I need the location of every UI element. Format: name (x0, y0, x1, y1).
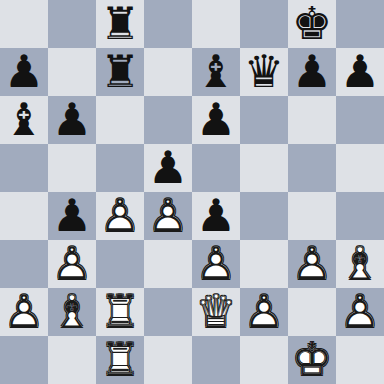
piece-glyph: ♟ (336, 48, 384, 96)
white-rook-piece[interactable]: ♜♖ (96, 288, 144, 336)
square-a6[interactable]: ♝ (0, 96, 48, 144)
square-a2[interactable]: ♟♙ (0, 288, 48, 336)
piece-outline-glyph: ♙ (192, 240, 240, 288)
piece-glyph: ♝ (0, 96, 48, 144)
piece-glyph: ♟ (288, 48, 336, 96)
square-h5[interactable] (336, 144, 384, 192)
black-pawn-piece[interactable]: ♟ (192, 192, 240, 240)
black-pawn-piece[interactable]: ♟ (0, 48, 48, 96)
square-f8[interactable] (240, 0, 288, 48)
piece-outline-glyph: ♙ (96, 192, 144, 240)
square-c1[interactable]: ♜♖ (96, 336, 144, 384)
square-d3[interactable] (144, 240, 192, 288)
square-h2[interactable]: ♟♙ (336, 288, 384, 336)
black-pawn-piece[interactable]: ♟ (48, 192, 96, 240)
black-king-piece[interactable]: ♚ (288, 0, 336, 48)
white-pawn-piece[interactable]: ♟♙ (144, 192, 192, 240)
white-queen-piece[interactable]: ♛♕ (192, 288, 240, 336)
piece-outline-glyph: ♙ (288, 240, 336, 288)
square-a8[interactable] (0, 0, 48, 48)
piece-glyph: ♟ (144, 144, 192, 192)
white-bishop-piece[interactable]: ♝♗ (336, 240, 384, 288)
square-f7[interactable]: ♛ (240, 48, 288, 96)
black-pawn-piece[interactable]: ♟ (336, 48, 384, 96)
square-h3[interactable]: ♝♗ (336, 240, 384, 288)
piece-outline-glyph: ♔ (288, 336, 336, 384)
black-queen-piece[interactable]: ♛ (240, 48, 288, 96)
piece-outline-glyph: ♙ (0, 288, 48, 336)
square-h4[interactable] (336, 192, 384, 240)
white-king-piece[interactable]: ♚♔ (288, 336, 336, 384)
square-g7[interactable]: ♟ (288, 48, 336, 96)
piece-glyph: ♚ (288, 0, 336, 48)
square-f5[interactable] (240, 144, 288, 192)
square-a3[interactable] (0, 240, 48, 288)
square-d8[interactable] (144, 0, 192, 48)
square-a1[interactable] (0, 336, 48, 384)
chess-board: ♜♚♟♜♝♛♟♟♝♟♟♟♟♟♙♟♙♟♟♙♟♙♟♙♝♗♟♙♝♗♜♖♛♕♟♙♟♙♜♖… (0, 0, 384, 384)
square-c5[interactable] (96, 144, 144, 192)
black-bishop-piece[interactable]: ♝ (0, 96, 48, 144)
white-bishop-piece[interactable]: ♝♗ (48, 288, 96, 336)
white-pawn-piece[interactable]: ♟♙ (288, 240, 336, 288)
square-a7[interactable]: ♟ (0, 48, 48, 96)
black-pawn-piece[interactable]: ♟ (144, 144, 192, 192)
square-h7[interactable]: ♟ (336, 48, 384, 96)
square-a5[interactable] (0, 144, 48, 192)
square-a4[interactable] (0, 192, 48, 240)
piece-outline-glyph: ♗ (48, 288, 96, 336)
square-b4[interactable]: ♟ (48, 192, 96, 240)
piece-outline-glyph: ♕ (192, 288, 240, 336)
piece-glyph: ♟ (0, 48, 48, 96)
piece-outline-glyph: ♙ (144, 192, 192, 240)
square-c4[interactable]: ♟♙ (96, 192, 144, 240)
square-e3[interactable]: ♟♙ (192, 240, 240, 288)
square-c6[interactable] (96, 96, 144, 144)
piece-outline-glyph: ♖ (96, 336, 144, 384)
square-b3[interactable]: ♟♙ (48, 240, 96, 288)
square-b7[interactable] (48, 48, 96, 96)
piece-glyph: ♜ (96, 0, 144, 48)
white-pawn-piece[interactable]: ♟♙ (192, 240, 240, 288)
black-bishop-piece[interactable]: ♝ (192, 48, 240, 96)
square-f6[interactable] (240, 96, 288, 144)
piece-glyph: ♟ (192, 96, 240, 144)
square-e2[interactable]: ♛♕ (192, 288, 240, 336)
square-c3[interactable] (96, 240, 144, 288)
black-pawn-piece[interactable]: ♟ (48, 96, 96, 144)
square-c8[interactable]: ♜ (96, 0, 144, 48)
square-d6[interactable] (144, 96, 192, 144)
piece-glyph: ♟ (48, 96, 96, 144)
white-pawn-piece[interactable]: ♟♙ (48, 240, 96, 288)
white-pawn-piece[interactable]: ♟♙ (0, 288, 48, 336)
square-d5[interactable]: ♟ (144, 144, 192, 192)
square-h8[interactable] (336, 0, 384, 48)
black-pawn-piece[interactable]: ♟ (192, 96, 240, 144)
white-rook-piece[interactable]: ♜♖ (96, 336, 144, 384)
square-e4[interactable]: ♟ (192, 192, 240, 240)
square-b1[interactable] (48, 336, 96, 384)
square-g3[interactable]: ♟♙ (288, 240, 336, 288)
white-pawn-piece[interactable]: ♟♙ (96, 192, 144, 240)
square-g6[interactable] (288, 96, 336, 144)
square-b2[interactable]: ♝♗ (48, 288, 96, 336)
square-e1[interactable] (192, 336, 240, 384)
square-g4[interactable] (288, 192, 336, 240)
square-d4[interactable]: ♟♙ (144, 192, 192, 240)
square-c7[interactable]: ♜ (96, 48, 144, 96)
square-d7[interactable] (144, 48, 192, 96)
square-h1[interactable] (336, 336, 384, 384)
square-e8[interactable] (192, 0, 240, 48)
piece-outline-glyph: ♙ (336, 288, 384, 336)
piece-outline-glyph: ♗ (336, 240, 384, 288)
piece-glyph: ♟ (192, 192, 240, 240)
piece-glyph: ♛ (240, 48, 288, 96)
square-e5[interactable] (192, 144, 240, 192)
square-e6[interactable]: ♟ (192, 96, 240, 144)
square-d2[interactable] (144, 288, 192, 336)
piece-glyph: ♜ (96, 48, 144, 96)
black-rook-piece[interactable]: ♜ (96, 48, 144, 96)
square-g8[interactable]: ♚ (288, 0, 336, 48)
square-g5[interactable] (288, 144, 336, 192)
piece-outline-glyph: ♙ (48, 240, 96, 288)
piece-outline-glyph: ♖ (96, 288, 144, 336)
square-c2[interactable]: ♜♖ (96, 288, 144, 336)
square-g1[interactable]: ♚♔ (288, 336, 336, 384)
square-b5[interactable] (48, 144, 96, 192)
square-b6[interactable]: ♟ (48, 96, 96, 144)
square-f4[interactable] (240, 192, 288, 240)
square-f1[interactable] (240, 336, 288, 384)
black-rook-piece[interactable]: ♜ (96, 0, 144, 48)
piece-outline-glyph: ♙ (240, 288, 288, 336)
square-b8[interactable] (48, 0, 96, 48)
square-e7[interactable]: ♝ (192, 48, 240, 96)
black-pawn-piece[interactable]: ♟ (288, 48, 336, 96)
piece-glyph: ♟ (48, 192, 96, 240)
square-g2[interactable] (288, 288, 336, 336)
square-f3[interactable] (240, 240, 288, 288)
square-f2[interactable]: ♟♙ (240, 288, 288, 336)
square-d1[interactable] (144, 336, 192, 384)
white-pawn-piece[interactable]: ♟♙ (336, 288, 384, 336)
piece-glyph: ♝ (192, 48, 240, 96)
square-h6[interactable] (336, 96, 384, 144)
white-pawn-piece[interactable]: ♟♙ (240, 288, 288, 336)
